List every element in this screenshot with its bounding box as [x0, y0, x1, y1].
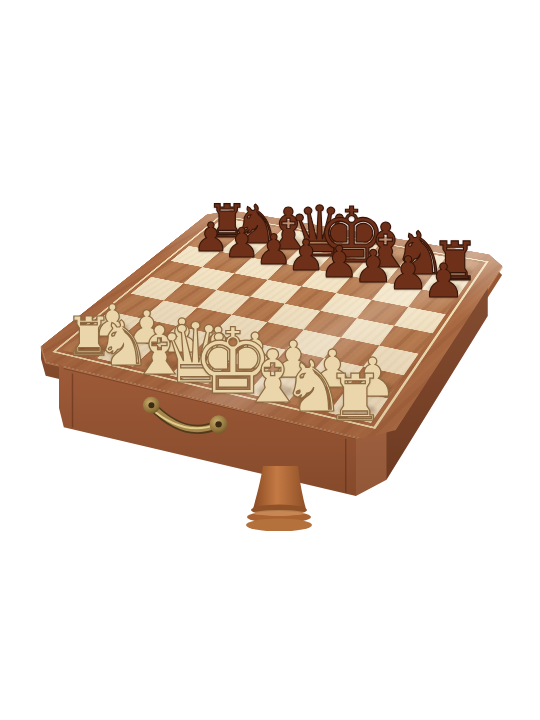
piece-black-pawn-h7[interactable]: ♟	[423, 257, 465, 304]
piece-white-rook-h1[interactable]: ♜	[326, 366, 384, 431]
chess-table-photo: ♜♞♝♟♛♟♚♟♝♟♞♟♜♟♟♟♟♟♟♜♟♞♟♝♟♛♟♚♟♝♞♜	[0, 0, 540, 720]
pieces-layer: ♜♞♝♟♛♟♚♟♝♟♞♟♜♟♟♟♟♟♟♜♟♞♟♝♟♛♟♚♟♝♞♜	[0, 0, 540, 720]
scene: ♜♞♝♟♛♟♚♟♝♟♞♟♜♟♟♟♟♟♟♜♟♞♟♝♟♛♟♚♟♝♞♜	[0, 0, 540, 720]
